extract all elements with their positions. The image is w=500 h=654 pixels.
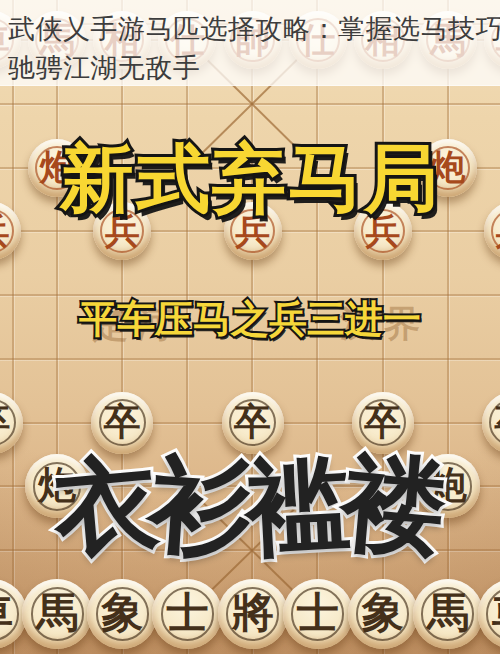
piece-character: 士	[297, 592, 339, 634]
piece-black-horse[interactable]: 馬	[413, 579, 483, 649]
piece-black-elephant[interactable]: 象	[348, 579, 418, 649]
piece-character: 卒	[364, 403, 401, 440]
piece-character: 象	[362, 592, 404, 634]
calligraphy-caption: 衣衫褴褛	[0, 446, 500, 566]
xiangqi-promo-image: 楚河 汉界 車馬相仕帥仕相馬車炮炮兵兵兵兵兵卒卒卒卒卒炮炮車馬象士將士象馬車 武…	[0, 0, 500, 654]
piece-black-advisor[interactable]: 士	[283, 579, 353, 649]
piece-black-soldier[interactable]: 卒	[0, 392, 23, 454]
calligraphy-char: 褛	[337, 442, 451, 571]
piece-black-general[interactable]: 將	[218, 579, 288, 649]
piece-black-chariot[interactable]: 車	[478, 579, 500, 649]
piece-character: 卒	[495, 403, 500, 440]
piece-character: 車	[492, 592, 500, 634]
piece-character: 象	[101, 592, 143, 634]
piece-character: 將	[232, 592, 274, 634]
article-title-bar: 武侠乂手游马匹选择攻略：掌握选马技巧， 驰骋江湖无敌手	[0, 0, 500, 86]
piece-character: 馬	[36, 592, 78, 634]
article-title-line1: 武侠乂手游马匹选择攻略：掌握选马技巧，	[8, 9, 492, 48]
piece-black-horse[interactable]: 馬	[22, 579, 92, 649]
move-caption: 平车压马之兵三进一	[0, 299, 500, 341]
piece-black-advisor[interactable]: 士	[152, 579, 222, 649]
article-title-line2: 驰骋江湖无敌手	[8, 48, 492, 87]
piece-character: 卒	[0, 403, 11, 440]
piece-character: 車	[0, 592, 13, 634]
calligraphy-char: 褴	[243, 443, 353, 568]
piece-character: 卒	[104, 403, 141, 440]
piece-character: 馬	[427, 592, 469, 634]
calligraphy-char: 衫	[146, 443, 258, 570]
piece-character: 卒	[234, 403, 271, 440]
piece-black-elephant[interactable]: 象	[87, 579, 157, 649]
opening-name-headline: 新式弃马局	[0, 138, 500, 219]
piece-black-soldier[interactable]: 卒	[482, 392, 500, 454]
piece-character: 士	[166, 592, 208, 634]
